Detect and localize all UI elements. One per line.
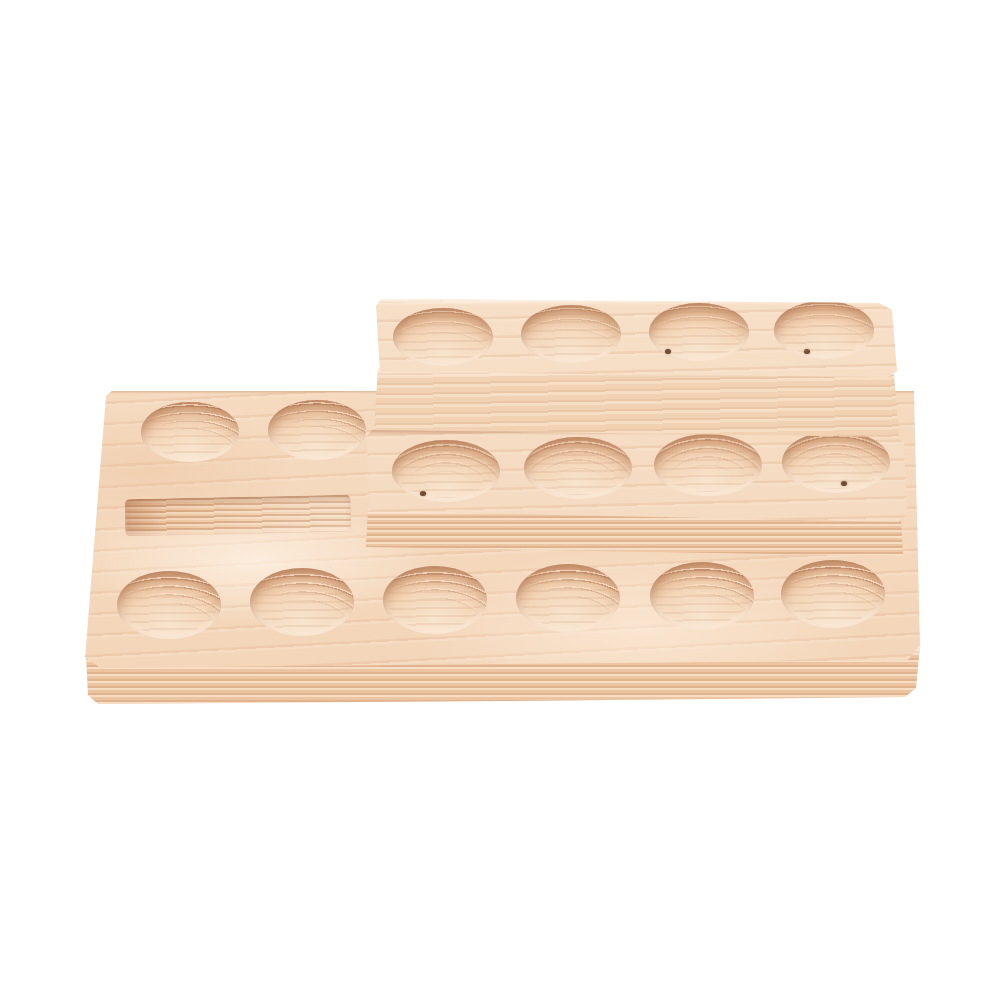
- base-row-pit-2[interactable]: [250, 568, 354, 636]
- accessory-slot[interactable]: [125, 495, 352, 537]
- middle-tier-pit-3[interactable]: [654, 434, 762, 496]
- top-tier-pit-1[interactable]: [393, 308, 493, 366]
- top-tier-pit-2[interactable]: [521, 305, 621, 363]
- base-row-pit-3[interactable]: [383, 566, 487, 634]
- left-section-pit-2[interactable]: [268, 400, 366, 460]
- base-row-pit-4[interactable]: [516, 564, 620, 632]
- top-tier-pit-3[interactable]: [649, 303, 749, 361]
- top-tier-pit-4[interactable]: [774, 301, 874, 359]
- product-photo: [0, 0, 1000, 1000]
- base-row-pit-1[interactable]: [117, 571, 221, 639]
- left-section-pit-1[interactable]: [141, 402, 239, 462]
- middle-tier-pit-4[interactable]: [782, 431, 890, 493]
- middle-tier-pit-2[interactable]: [524, 437, 632, 499]
- pin-hole: [804, 349, 810, 354]
- middle-tier-pit-1[interactable]: [392, 440, 500, 502]
- pin-hole: [420, 491, 426, 496]
- base-row-pit-6[interactable]: [781, 560, 885, 628]
- pin-hole: [665, 349, 671, 354]
- wooden-tiered-pit-board: [0, 0, 1000, 1000]
- base-row-pit-5[interactable]: [650, 562, 754, 630]
- pin-hole: [841, 481, 847, 486]
